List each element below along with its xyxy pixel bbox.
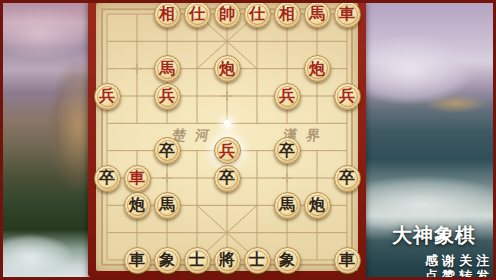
piece-black-elephant[interactable]: 象: [274, 247, 301, 274]
piece-black-horse[interactable]: 馬: [274, 192, 301, 219]
piece-red-soldier[interactable]: 兵: [214, 137, 241, 164]
piece-red-cannon[interactable]: 炮: [304, 55, 331, 82]
channel-title: 大神象棋: [392, 222, 476, 249]
piece-red-elephant[interactable]: 相: [154, 1, 181, 28]
piece-black-elephant[interactable]: 象: [154, 247, 181, 274]
piece-red-horse[interactable]: 馬: [154, 55, 181, 82]
piece-black-cannon[interactable]: 炮: [124, 192, 151, 219]
piece-red-soldier[interactable]: 兵: [334, 83, 361, 110]
piece-black-soldier[interactable]: 卒: [154, 137, 181, 164]
piece-red-soldier[interactable]: 兵: [154, 83, 181, 110]
piece-red-advisor[interactable]: 仕: [184, 1, 211, 28]
piece-red-cannon[interactable]: 炮: [214, 55, 241, 82]
piece-black-soldier[interactable]: 卒: [94, 165, 121, 192]
xiangqi-board[interactable]: 楚河 漢界 相仕帥仕相馬車馬炮炮兵兵兵兵兵車卒卒卒卒卒炮馬馬炮車象士將士象車: [88, 0, 366, 277]
piece-red-chariot[interactable]: 車: [124, 165, 151, 192]
board-grid: 相仕帥仕相馬車馬炮炮兵兵兵兵兵車卒卒卒卒卒炮馬馬炮車象士將士象車: [92, 0, 362, 273]
piece-black-chariot[interactable]: 車: [124, 247, 151, 274]
piece-red-elephant[interactable]: 相: [274, 1, 301, 28]
piece-black-cannon[interactable]: 炮: [304, 192, 331, 219]
piece-red-general[interactable]: 帥: [214, 1, 241, 28]
piece-red-soldier[interactable]: 兵: [274, 83, 301, 110]
piece-red-soldier[interactable]: 兵: [94, 83, 121, 110]
piece-black-general[interactable]: 將: [214, 247, 241, 274]
background-scenery-left: [0, 0, 100, 280]
piece-black-soldier[interactable]: 卒: [274, 137, 301, 164]
promo-line-share: 点赞转发: [392, 268, 493, 280]
video-frame: 楚河 漢界 相仕帥仕相馬車馬炮炮兵兵兵兵兵車卒卒卒卒卒炮馬馬炮車象士將士象車 大…: [0, 0, 496, 280]
piece-black-soldier[interactable]: 卒: [214, 165, 241, 192]
piece-red-chariot[interactable]: 車: [334, 1, 361, 28]
piece-black-advisor[interactable]: 士: [184, 247, 211, 274]
piece-red-horse[interactable]: 馬: [304, 1, 331, 28]
last-move-origin-marker: [223, 119, 232, 128]
piece-black-horse[interactable]: 馬: [154, 192, 181, 219]
piece-black-chariot[interactable]: 車: [334, 247, 361, 274]
channel-promo: 大神象棋 感谢关注 点赞转发: [392, 222, 489, 280]
piece-black-advisor[interactable]: 士: [244, 247, 271, 274]
piece-red-advisor[interactable]: 仕: [244, 1, 271, 28]
piece-black-soldier[interactable]: 卒: [334, 165, 361, 192]
promo-line-follow: 感谢关注: [392, 253, 493, 268]
